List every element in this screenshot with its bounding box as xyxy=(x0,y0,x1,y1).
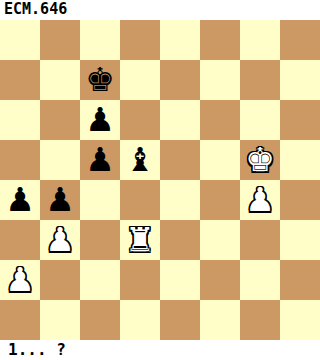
white-rook[interactable]: ♜ xyxy=(125,220,155,260)
square-g2[interactable] xyxy=(240,260,280,300)
square-f4[interactable] xyxy=(200,180,240,220)
chess-board: ♚♟♟♝♚♟♟♟♟♜♟ xyxy=(0,20,320,340)
square-a1[interactable] xyxy=(0,300,40,340)
square-h2[interactable] xyxy=(280,260,320,300)
square-e3[interactable] xyxy=(160,220,200,260)
black-pawn[interactable]: ♟ xyxy=(45,180,75,220)
square-a2[interactable]: ♟ xyxy=(0,260,40,300)
square-f2[interactable] xyxy=(200,260,240,300)
square-g6[interactable] xyxy=(240,100,280,140)
move-prompt: 1... ? xyxy=(0,340,320,360)
square-b6[interactable] xyxy=(40,100,80,140)
black-king[interactable]: ♚ xyxy=(85,60,115,100)
square-f8[interactable] xyxy=(200,20,240,60)
square-g8[interactable] xyxy=(240,20,280,60)
square-f3[interactable] xyxy=(200,220,240,260)
black-pawn[interactable]: ♟ xyxy=(5,180,35,220)
square-h4[interactable] xyxy=(280,180,320,220)
square-b3[interactable]: ♟ xyxy=(40,220,80,260)
square-c4[interactable] xyxy=(80,180,120,220)
square-b8[interactable] xyxy=(40,20,80,60)
white-pawn[interactable]: ♟ xyxy=(5,260,35,300)
square-g3[interactable] xyxy=(240,220,280,260)
square-d5[interactable]: ♝ xyxy=(120,140,160,180)
square-c2[interactable] xyxy=(80,260,120,300)
square-a7[interactable] xyxy=(0,60,40,100)
square-g7[interactable] xyxy=(240,60,280,100)
square-b5[interactable] xyxy=(40,140,80,180)
square-h1[interactable] xyxy=(280,300,320,340)
square-e6[interactable] xyxy=(160,100,200,140)
square-c3[interactable] xyxy=(80,220,120,260)
square-d7[interactable] xyxy=(120,60,160,100)
square-d1[interactable] xyxy=(120,300,160,340)
square-d8[interactable] xyxy=(120,20,160,60)
white-pawn[interactable]: ♟ xyxy=(245,180,275,220)
square-d6[interactable] xyxy=(120,100,160,140)
chess-diagram: ECM.646 ♚♟♟♝♚♟♟♟♟♜♟ 1... ? xyxy=(0,0,320,360)
square-d4[interactable] xyxy=(120,180,160,220)
square-e7[interactable] xyxy=(160,60,200,100)
black-bishop[interactable]: ♝ xyxy=(125,140,155,180)
square-f6[interactable] xyxy=(200,100,240,140)
square-d2[interactable] xyxy=(120,260,160,300)
square-b2[interactable] xyxy=(40,260,80,300)
square-c5[interactable]: ♟ xyxy=(80,140,120,180)
square-h6[interactable] xyxy=(280,100,320,140)
square-h8[interactable] xyxy=(280,20,320,60)
white-pawn[interactable]: ♟ xyxy=(45,220,75,260)
square-f5[interactable] xyxy=(200,140,240,180)
white-king[interactable]: ♚ xyxy=(245,140,275,180)
square-g1[interactable] xyxy=(240,300,280,340)
black-pawn[interactable]: ♟ xyxy=(85,140,115,180)
square-e5[interactable] xyxy=(160,140,200,180)
square-f7[interactable] xyxy=(200,60,240,100)
square-h5[interactable] xyxy=(280,140,320,180)
square-a8[interactable] xyxy=(0,20,40,60)
square-a3[interactable] xyxy=(0,220,40,260)
black-pawn[interactable]: ♟ xyxy=(85,100,115,140)
square-a5[interactable] xyxy=(0,140,40,180)
square-h3[interactable] xyxy=(280,220,320,260)
square-f1[interactable] xyxy=(200,300,240,340)
square-e2[interactable] xyxy=(160,260,200,300)
square-a6[interactable] xyxy=(0,100,40,140)
square-a4[interactable]: ♟ xyxy=(0,180,40,220)
square-c1[interactable] xyxy=(80,300,120,340)
square-e8[interactable] xyxy=(160,20,200,60)
square-h7[interactable] xyxy=(280,60,320,100)
square-b7[interactable] xyxy=(40,60,80,100)
diagram-title: ECM.646 xyxy=(0,0,320,20)
square-e1[interactable] xyxy=(160,300,200,340)
square-g4[interactable]: ♟ xyxy=(240,180,280,220)
square-c8[interactable] xyxy=(80,20,120,60)
square-g5[interactable]: ♚ xyxy=(240,140,280,180)
square-b1[interactable] xyxy=(40,300,80,340)
square-e4[interactable] xyxy=(160,180,200,220)
square-c7[interactable]: ♚ xyxy=(80,60,120,100)
square-d3[interactable]: ♜ xyxy=(120,220,160,260)
square-c6[interactable]: ♟ xyxy=(80,100,120,140)
square-b4[interactable]: ♟ xyxy=(40,180,80,220)
